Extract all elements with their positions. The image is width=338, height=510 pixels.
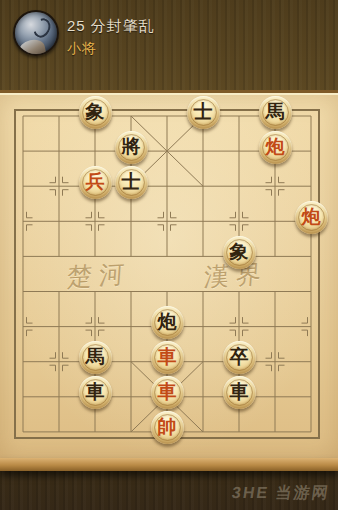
piece-black-elephant[interactable]: 象 [79, 96, 112, 129]
piece-glyph: 車 [86, 382, 105, 401]
game-screen: 25 分封肇乱 小将 楚河 漢界 象士馬將炮兵士炮象炮馬車卒車車車帥 3HE 当… [0, 0, 338, 510]
piece-glyph: 象 [230, 242, 249, 261]
piece-glyph: 炮 [266, 137, 285, 156]
piece-black-horse[interactable]: 馬 [259, 96, 292, 129]
piece-red-general[interactable]: 帥 [151, 411, 184, 444]
piece-red-cannon[interactable]: 炮 [295, 201, 328, 234]
piece-glyph: 炮 [302, 207, 321, 226]
piece-glyph: 馬 [266, 102, 285, 121]
piece-black-horse[interactable]: 馬 [79, 341, 112, 374]
piece-black-advisor[interactable]: 士 [115, 166, 148, 199]
piece-glyph: 卒 [230, 347, 249, 366]
piece-glyph: 車 [158, 347, 177, 366]
piece-glyph: 兵 [86, 172, 105, 191]
piece-black-chariot[interactable]: 車 [223, 376, 256, 409]
piece-black-cannon[interactable]: 炮 [151, 306, 184, 339]
piece-glyph: 士 [194, 102, 213, 121]
piece-glyph: 士 [122, 172, 141, 191]
piece-black-soldier[interactable]: 卒 [223, 341, 256, 374]
piece-red-cannon[interactable]: 炮 [259, 131, 292, 164]
piece-glyph: 象 [86, 102, 105, 121]
piece-glyph: 馬 [86, 347, 105, 366]
piece-glyph: 車 [230, 382, 249, 401]
piece-glyph: 炮 [158, 312, 177, 331]
piece-red-chariot[interactable]: 車 [151, 376, 184, 409]
piece-black-elephant[interactable]: 象 [223, 236, 256, 269]
site-watermark: 3HE 当游网 [231, 483, 332, 504]
piece-glyph: 車 [158, 382, 177, 401]
piece-red-soldier[interactable]: 兵 [79, 166, 112, 199]
piece-glyph: 帥 [158, 417, 177, 436]
piece-black-general[interactable]: 將 [115, 131, 148, 164]
piece-black-chariot[interactable]: 車 [79, 376, 112, 409]
piece-glyph: 將 [122, 137, 141, 156]
piece-black-advisor[interactable]: 士 [187, 96, 220, 129]
piece-red-chariot[interactable]: 車 [151, 341, 184, 374]
